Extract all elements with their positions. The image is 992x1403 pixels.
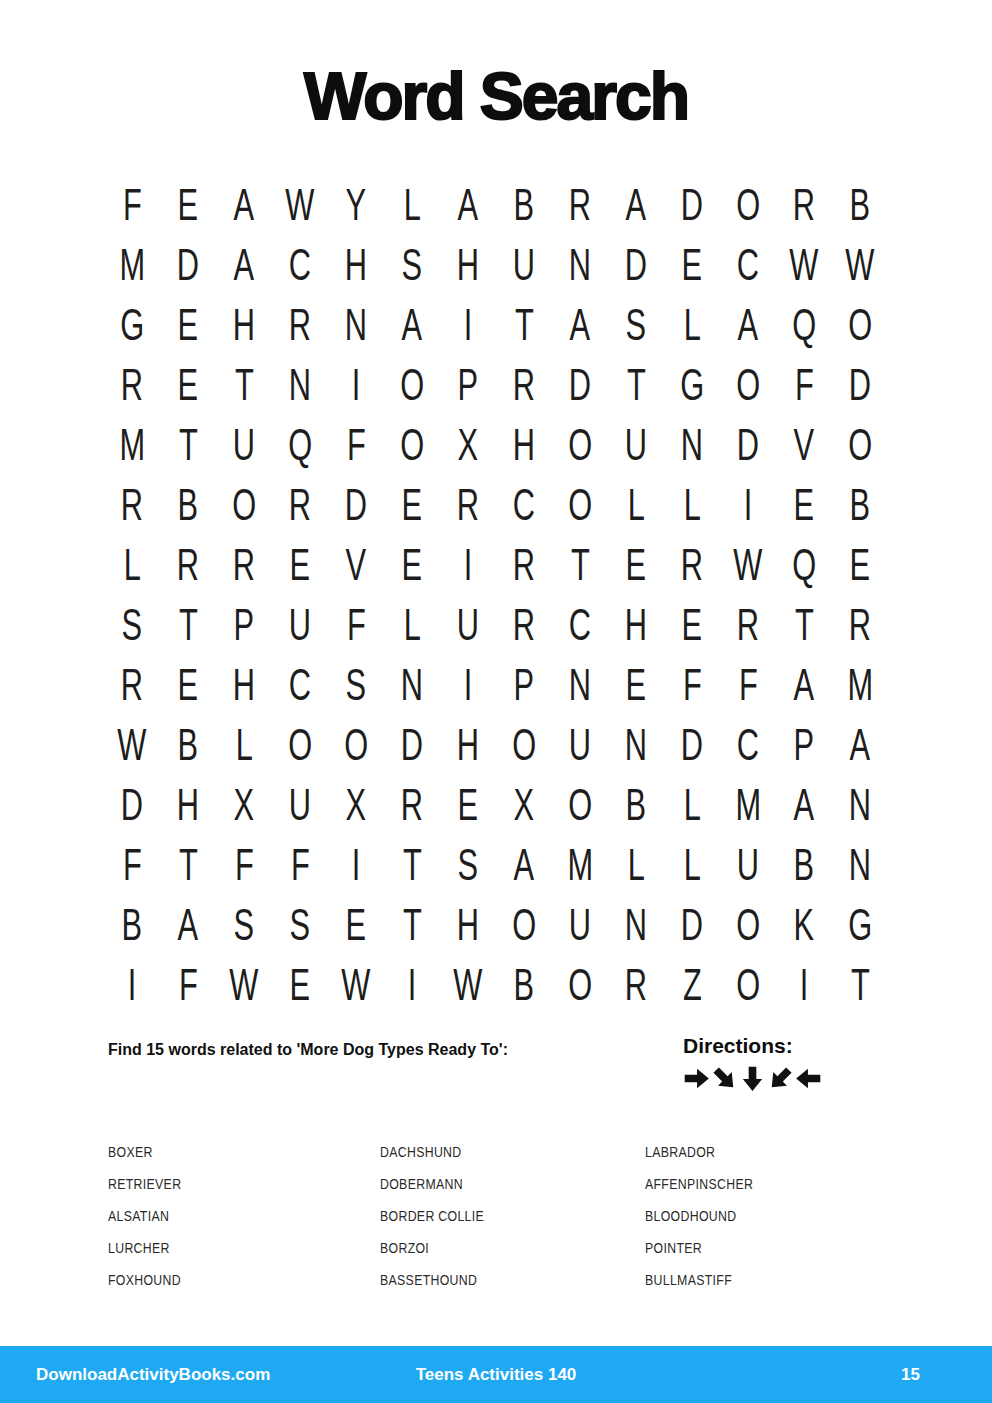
grid-cell[interactable]: A (440, 175, 496, 235)
grid-cell[interactable]: B (832, 175, 888, 235)
word-list: BOXERRETRIEVERALSATIANLURCHERFOXHOUNDDAC… (108, 1136, 917, 1296)
grid-cell[interactable]: T (384, 835, 440, 895)
grid-cell[interactable]: Y (328, 175, 384, 235)
grid-cell[interactable]: F (720, 655, 776, 715)
footer-book-title: Teens Activities 140 (416, 1365, 577, 1385)
grid-cell[interactable]: O (384, 355, 440, 415)
grid-cell[interactable]: H (216, 295, 272, 355)
grid-cell[interactable]: H (440, 235, 496, 295)
grid-cell[interactable]: W (720, 535, 776, 595)
grid-cell[interactable]: W (832, 235, 888, 295)
word-list-item: RETRIEVER (108, 1168, 380, 1200)
grid-cell[interactable]: L (384, 595, 440, 655)
grid-cell[interactable]: N (552, 655, 608, 715)
grid-cell[interactable]: T (832, 955, 888, 1015)
grid-cell[interactable]: X (216, 775, 272, 835)
grid-cell[interactable]: S (608, 295, 664, 355)
grid-cell[interactable]: R (440, 475, 496, 535)
grid-cell[interactable]: R (104, 475, 160, 535)
grid-cell[interactable]: X (496, 775, 552, 835)
grid-cell[interactable]: P (496, 655, 552, 715)
grid-cell[interactable]: A (216, 235, 272, 295)
grid-cell[interactable]: U (440, 595, 496, 655)
grid-cell[interactable]: P (440, 355, 496, 415)
grid-cell[interactable]: L (664, 475, 720, 535)
grid-cell[interactable]: E (160, 175, 216, 235)
grid-cell[interactable]: W (440, 955, 496, 1015)
word-list-item: BOXER (108, 1136, 380, 1168)
word-list-item: FOXHOUND (108, 1264, 380, 1296)
grid-cell[interactable]: L (216, 715, 272, 775)
grid-cell[interactable]: E (384, 535, 440, 595)
grid-cell[interactable]: A (384, 295, 440, 355)
grid-cell[interactable]: R (496, 595, 552, 655)
page-title: Word Search (0, 58, 992, 134)
grid-cell[interactable]: O (720, 895, 776, 955)
grid-cell[interactable]: O (496, 895, 552, 955)
grid-cell[interactable]: L (664, 835, 720, 895)
grid-cell[interactable]: O (832, 295, 888, 355)
word-list-item: DACHSHUND (380, 1136, 645, 1168)
word-list-item: BASSETHOUND (380, 1264, 645, 1296)
footer-bar: DownloadActivityBooks.com Teens Activiti… (0, 1346, 992, 1403)
grid-cell[interactable]: I (328, 355, 384, 415)
grid-cell[interactable]: I (440, 535, 496, 595)
grid-cell[interactable]: D (608, 235, 664, 295)
word-list-item: AFFENPINSCHER (645, 1168, 917, 1200)
footer-website: DownloadActivityBooks.com (36, 1365, 270, 1385)
grid-cell[interactable]: R (608, 955, 664, 1015)
grid-cell[interactable]: F (160, 955, 216, 1015)
word-list-item: POINTER (645, 1232, 917, 1264)
grid-cell[interactable]: E (160, 295, 216, 355)
grid-cell[interactable]: T (160, 415, 216, 475)
grid-cell[interactable]: F (776, 355, 832, 415)
grid-cell[interactable]: R (496, 355, 552, 415)
grid-cell[interactable]: E (608, 655, 664, 715)
grid-cell[interactable]: M (552, 835, 608, 895)
grid-cell[interactable]: T (776, 595, 832, 655)
word-search-grid: FEAWYLABRADORBMDACHSHUNDECWWGEHRNAITASLA… (104, 175, 888, 1015)
grid-cell[interactable]: D (664, 175, 720, 235)
grid-cell[interactable]: T (552, 535, 608, 595)
grid-cell[interactable]: Q (776, 535, 832, 595)
grid-cell[interactable]: O (496, 715, 552, 775)
grid-cell[interactable]: I (720, 475, 776, 535)
grid-cell[interactable]: W (104, 715, 160, 775)
grid-cell[interactable]: R (272, 295, 328, 355)
grid-cell[interactable]: D (664, 715, 720, 775)
grid-cell[interactable]: F (328, 415, 384, 475)
grid-cell[interactable]: R (272, 475, 328, 535)
grid-cell[interactable]: S (328, 655, 384, 715)
grid-cell[interactable]: N (832, 835, 888, 895)
grid-cell[interactable]: V (776, 415, 832, 475)
grid-cell[interactable]: H (496, 415, 552, 475)
grid-cell[interactable]: E (384, 475, 440, 535)
directions-block: Directions: (683, 1034, 822, 1092)
grid-cell[interactable]: R (216, 535, 272, 595)
grid-cell[interactable]: T (496, 295, 552, 355)
grid-cell[interactable]: Z (664, 955, 720, 1015)
grid-cell[interactable]: W (776, 235, 832, 295)
grid-cell[interactable]: D (664, 895, 720, 955)
grid-cell[interactable]: D (384, 715, 440, 775)
grid-cell[interactable]: T (160, 595, 216, 655)
grid-cell[interactable]: R (104, 655, 160, 715)
grid-cell[interactable]: E (272, 955, 328, 1015)
grid-cell[interactable]: D (104, 775, 160, 835)
grid-cell[interactable]: R (776, 175, 832, 235)
grid-cell[interactable]: F (104, 835, 160, 895)
grid-cell[interactable]: M (720, 775, 776, 835)
grid-cell[interactable]: S (440, 835, 496, 895)
grid-cell[interactable]: R (832, 595, 888, 655)
grid-cell[interactable]: S (104, 595, 160, 655)
grid-cell[interactable]: R (496, 535, 552, 595)
grid-cell[interactable]: N (608, 895, 664, 955)
grid-cell[interactable]: A (776, 775, 832, 835)
grid-cell[interactable]: M (104, 415, 160, 475)
grid-cell[interactable]: N (832, 775, 888, 835)
grid-cell[interactable]: O (720, 955, 776, 1015)
grid-cell[interactable]: C (720, 715, 776, 775)
grid-cell[interactable]: L (608, 475, 664, 535)
grid-cell[interactable]: D (552, 355, 608, 415)
grid-cell[interactable]: Q (776, 295, 832, 355)
grid-cell[interactable]: U (552, 715, 608, 775)
grid-cell[interactable]: A (832, 715, 888, 775)
word-list-column: DACHSHUNDDOBERMANNBORDER COLLIEBORZOIBAS… (380, 1136, 645, 1296)
grid-cell[interactable]: N (608, 715, 664, 775)
arrow-down-left-icon (761, 1059, 799, 1097)
grid-cell[interactable]: E (272, 535, 328, 595)
grid-cell[interactable]: X (328, 775, 384, 835)
grid-cell[interactable]: F (104, 175, 160, 235)
footer-page-number: 15 (901, 1365, 920, 1385)
grid-cell[interactable]: E (160, 655, 216, 715)
grid-cell[interactable]: X (440, 415, 496, 475)
grid-cell[interactable]: R (384, 775, 440, 835)
grid-cell[interactable]: Q (272, 415, 328, 475)
grid-cell[interactable]: P (776, 715, 832, 775)
arrow-left-icon (795, 1065, 822, 1092)
grid-cell[interactable]: D (328, 475, 384, 535)
arrow-down-right-icon (705, 1059, 743, 1097)
grid-cell[interactable]: H (216, 655, 272, 715)
grid-cell[interactable]: B (776, 835, 832, 895)
grid-cell[interactable]: D (160, 235, 216, 295)
grid-cell[interactable]: H (440, 895, 496, 955)
grid-cell[interactable]: T (608, 355, 664, 415)
grid-cell[interactable]: W (216, 955, 272, 1015)
grid-cell[interactable]: O (216, 475, 272, 535)
grid-cell[interactable]: B (608, 775, 664, 835)
word-list-column: LABRADORAFFENPINSCHERBLOODHOUNDPOINTERBU… (645, 1136, 917, 1296)
grid-cell[interactable]: R (664, 535, 720, 595)
grid-cell[interactable]: M (104, 235, 160, 295)
grid-cell[interactable]: I (440, 655, 496, 715)
word-list-item: BORDER COLLIE (380, 1200, 645, 1232)
grid-cell[interactable]: O (272, 715, 328, 775)
grid-cell[interactable]: U (552, 895, 608, 955)
word-list-item: ALSATIAN (108, 1200, 380, 1232)
grid-cell[interactable]: C (272, 235, 328, 295)
grid-cell[interactable]: G (104, 295, 160, 355)
grid-cell[interactable]: B (160, 715, 216, 775)
word-list-item: BORZOI (380, 1232, 645, 1264)
word-list-item: BULLMASTIFF (645, 1264, 917, 1296)
grid-cell[interactable]: U (608, 415, 664, 475)
grid-cell[interactable]: T (384, 895, 440, 955)
directions-label: Directions: (683, 1034, 822, 1058)
grid-cell[interactable]: C (720, 235, 776, 295)
grid-cell[interactable]: B (496, 955, 552, 1015)
grid-cell[interactable]: C (496, 475, 552, 535)
grid-cell[interactable]: F (216, 835, 272, 895)
grid-cell[interactable]: A (216, 175, 272, 235)
grid-cell[interactable]: K (776, 895, 832, 955)
grid-cell[interactable]: I (384, 955, 440, 1015)
grid-cell[interactable]: L (664, 775, 720, 835)
grid-cell[interactable]: U (720, 835, 776, 895)
grid-cell[interactable]: O (552, 775, 608, 835)
instruction-text: Find 15 words related to 'More Dog Types… (108, 1041, 508, 1059)
grid-cell[interactable]: A (552, 295, 608, 355)
grid-cell[interactable]: G (664, 355, 720, 415)
grid-cell[interactable]: L (664, 295, 720, 355)
grid-cell[interactable]: I (328, 835, 384, 895)
grid-cell[interactable]: U (216, 415, 272, 475)
grid-cell[interactable]: W (328, 955, 384, 1015)
grid-cell[interactable]: C (272, 655, 328, 715)
grid-cell[interactable]: I (104, 955, 160, 1015)
direction-arrows (683, 1065, 822, 1092)
grid-cell[interactable]: L (608, 835, 664, 895)
grid-cell[interactable]: E (328, 895, 384, 955)
grid-cell[interactable]: R (104, 355, 160, 415)
grid-cell[interactable]: H (160, 775, 216, 835)
grid-cell[interactable]: F (328, 595, 384, 655)
grid-cell[interactable]: O (328, 715, 384, 775)
grid-cell[interactable]: E (664, 595, 720, 655)
grid-cell[interactable]: B (832, 475, 888, 535)
grid-cell[interactable]: L (384, 175, 440, 235)
grid-cell[interactable]: O (832, 415, 888, 475)
grid-cell[interactable]: N (328, 295, 384, 355)
word-list-column: BOXERRETRIEVERALSATIANLURCHERFOXHOUND (108, 1136, 380, 1296)
grid-cell[interactable]: S (216, 895, 272, 955)
grid-cell[interactable]: F (664, 655, 720, 715)
grid-cell[interactable]: G (832, 895, 888, 955)
grid-cell[interactable]: H (608, 595, 664, 655)
word-list-item: BLOODHOUND (645, 1200, 917, 1232)
grid-cell[interactable]: D (832, 355, 888, 415)
grid-cell[interactable]: E (160, 355, 216, 415)
grid-cell[interactable]: A (776, 655, 832, 715)
grid-cell[interactable]: B (496, 175, 552, 235)
grid-cell[interactable]: W (272, 175, 328, 235)
grid-cell[interactable]: I (776, 955, 832, 1015)
grid-cell[interactable]: T (216, 355, 272, 415)
grid-cell[interactable]: N (552, 235, 608, 295)
grid-cell[interactable]: I (440, 295, 496, 355)
worksheet-page: Word Search FEAWYLABRADORBMDACHSHUNDECWW… (0, 0, 992, 1403)
grid-cell[interactable]: D (720, 415, 776, 475)
grid-cell[interactable]: P (216, 595, 272, 655)
grid-cell[interactable]: E (608, 535, 664, 595)
grid-cell[interactable]: L (104, 535, 160, 595)
grid-cell[interactable]: E (832, 535, 888, 595)
grid-cell[interactable]: O (384, 415, 440, 475)
grid-cell[interactable]: U (496, 235, 552, 295)
grid-cell[interactable]: N (384, 655, 440, 715)
grid-cell[interactable]: O (720, 355, 776, 415)
grid-cell[interactable]: O (552, 955, 608, 1015)
grid-cell[interactable]: N (664, 415, 720, 475)
grid-cell[interactable]: H (328, 235, 384, 295)
grid-cell[interactable]: B (104, 895, 160, 955)
grid-cell[interactable]: S (272, 895, 328, 955)
grid-cell[interactable]: U (272, 775, 328, 835)
grid-cell[interactable]: R (552, 175, 608, 235)
grid-cell[interactable]: O (552, 415, 608, 475)
grid-cell[interactable]: R (160, 535, 216, 595)
grid-cell[interactable]: H (440, 715, 496, 775)
grid-cell[interactable]: A (496, 835, 552, 895)
grid-cell[interactable]: V (328, 535, 384, 595)
grid-cell[interactable]: C (552, 595, 608, 655)
word-list-item: LURCHER (108, 1232, 380, 1264)
grid-cell[interactable]: B (160, 475, 216, 535)
grid-cell[interactable]: N (272, 355, 328, 415)
grid-cell[interactable]: E (440, 775, 496, 835)
grid-cell[interactable]: E (664, 235, 720, 295)
grid-cell[interactable]: U (272, 595, 328, 655)
word-list-item: DOBERMANN (380, 1168, 645, 1200)
grid-cell[interactable]: T (160, 835, 216, 895)
grid-cell[interactable]: R (720, 595, 776, 655)
grid-cell[interactable]: M (832, 655, 888, 715)
grid-cell[interactable]: A (720, 295, 776, 355)
word-list-item: LABRADOR (645, 1136, 917, 1168)
grid-cell[interactable]: O (552, 475, 608, 535)
grid-cell[interactable]: E (776, 475, 832, 535)
grid-cell[interactable]: S (384, 235, 440, 295)
grid-cell[interactable]: A (160, 895, 216, 955)
grid-cell[interactable]: A (608, 175, 664, 235)
grid-cell[interactable]: O (720, 175, 776, 235)
grid-cell[interactable]: F (272, 835, 328, 895)
